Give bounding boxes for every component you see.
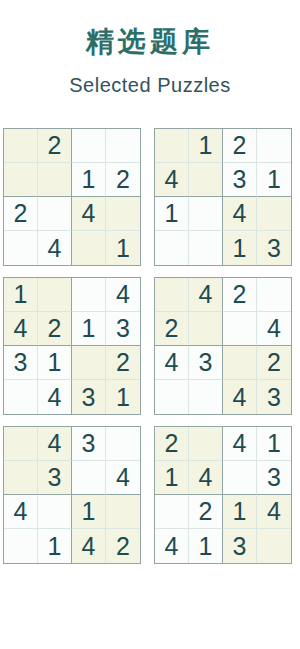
cell-r1c2: 1 (189, 129, 223, 163)
cell-r2c2 (38, 163, 72, 197)
cell-r4c3: 4 (72, 529, 106, 563)
cell-r3c2: 3 (189, 346, 223, 380)
cell-r1c1: 2 (155, 427, 189, 461)
cell-r1c2 (189, 427, 223, 461)
cell-r4c3: 1 (223, 231, 257, 265)
cell-r3c2 (189, 197, 223, 231)
cell-r2c2 (189, 163, 223, 197)
cell-r1c2: 2 (38, 129, 72, 163)
cell-r4c1: 4 (155, 529, 189, 563)
cell-r3c1 (155, 495, 189, 529)
cell-r1c1: 1 (4, 278, 38, 312)
cell-r3c3: 1 (223, 495, 257, 529)
cell-r1c2: 4 (38, 427, 72, 461)
cell-r4c2: 4 (38, 231, 72, 265)
cell-r1c2 (38, 278, 72, 312)
cell-r2c4: 4 (106, 461, 140, 495)
cell-r2c1 (4, 163, 38, 197)
cell-r4c1 (155, 380, 189, 414)
puzzle-board-1[interactable]: 2122441 (3, 128, 141, 266)
cell-r1c4 (257, 278, 291, 312)
cell-r1c3: 2 (223, 129, 257, 163)
cell-r3c1: 2 (4, 197, 38, 231)
cell-r3c3: 4 (223, 197, 257, 231)
cell-r4c2 (189, 380, 223, 414)
page-title: 精选题库 (0, 23, 300, 61)
cell-r4c4: 3 (257, 380, 291, 414)
cell-r2c1 (4, 461, 38, 495)
cell-r3c4 (106, 495, 140, 529)
cell-r3c2 (38, 495, 72, 529)
cell-r4c2: 4 (38, 380, 72, 414)
cell-r4c3: 4 (223, 380, 257, 414)
cell-r2c4: 4 (257, 312, 291, 346)
cell-r4c4 (257, 529, 291, 563)
cell-r2c1: 2 (155, 312, 189, 346)
cell-r3c3 (223, 346, 257, 380)
cell-r2c1: 1 (155, 461, 189, 495)
cell-r1c2: 4 (189, 278, 223, 312)
cell-r1c1 (4, 129, 38, 163)
cell-r4c3 (72, 231, 106, 265)
cell-r1c4 (257, 129, 291, 163)
cell-r1c3: 4 (223, 427, 257, 461)
cell-r4c4: 1 (106, 231, 140, 265)
cell-r2c3: 3 (223, 163, 257, 197)
cell-r3c1: 4 (4, 495, 38, 529)
cell-r2c4: 3 (106, 312, 140, 346)
cell-r3c2: 2 (189, 495, 223, 529)
cell-r2c2: 3 (38, 461, 72, 495)
cell-r4c4: 1 (106, 380, 140, 414)
cell-r4c4: 3 (257, 231, 291, 265)
cell-r1c3: 3 (72, 427, 106, 461)
puzzle-board-4[interactable]: 422443243 (154, 277, 292, 415)
cell-r1c1 (155, 129, 189, 163)
puzzle-board-2[interactable]: 124311413 (154, 128, 292, 266)
cell-r1c4: 4 (106, 278, 140, 312)
cell-r2c2: 4 (189, 461, 223, 495)
cell-r3c3: 4 (72, 197, 106, 231)
puzzle-grid-list: 2122441 124311413 144213312431 422443243… (0, 128, 300, 564)
cell-r4c3: 3 (72, 380, 106, 414)
cell-r1c4: 1 (257, 427, 291, 461)
cell-r3c4: 2 (257, 346, 291, 380)
puzzle-board-3[interactable]: 144213312431 (3, 277, 141, 415)
puzzle-board-6[interactable]: 241143214413 (154, 426, 292, 564)
cell-r4c2 (189, 231, 223, 265)
cell-r2c3 (72, 461, 106, 495)
cell-r3c4 (106, 197, 140, 231)
cell-r4c2: 1 (189, 529, 223, 563)
selected-puzzles-page: 精选题库 Selected Puzzles 2122441 124311413 … (0, 23, 300, 649)
cell-r4c1 (4, 231, 38, 265)
cell-r2c1: 4 (4, 312, 38, 346)
cell-r4c3: 3 (223, 529, 257, 563)
cell-r3c4: 4 (257, 495, 291, 529)
cell-r2c3: 1 (72, 312, 106, 346)
cell-r2c3 (223, 461, 257, 495)
cell-r1c3 (72, 278, 106, 312)
cell-r2c4: 2 (106, 163, 140, 197)
puzzle-board-5[interactable]: 433441142 (3, 426, 141, 564)
cell-r2c1: 4 (155, 163, 189, 197)
cell-r3c1: 1 (155, 197, 189, 231)
cell-r3c2: 1 (38, 346, 72, 380)
cell-r1c4 (106, 129, 140, 163)
cell-r2c2: 2 (38, 312, 72, 346)
cell-r4c4: 2 (106, 529, 140, 563)
cell-r4c1 (4, 380, 38, 414)
cell-r3c3: 1 (72, 495, 106, 529)
cell-r4c1 (155, 231, 189, 265)
cell-r4c2: 1 (38, 529, 72, 563)
cell-r1c4 (106, 427, 140, 461)
cell-r3c4: 2 (106, 346, 140, 380)
cell-r2c3 (223, 312, 257, 346)
cell-r3c2 (38, 197, 72, 231)
cell-r2c4: 1 (257, 163, 291, 197)
cell-r2c4: 3 (257, 461, 291, 495)
cell-r1c3: 2 (223, 278, 257, 312)
cell-r3c1: 4 (155, 346, 189, 380)
cell-r1c1 (4, 427, 38, 461)
cell-r2c2 (189, 312, 223, 346)
page-subtitle: Selected Puzzles (0, 74, 300, 97)
cell-r1c3 (72, 129, 106, 163)
cell-r2c3: 1 (72, 163, 106, 197)
cell-r3c1: 3 (4, 346, 38, 380)
cell-r1c1 (155, 278, 189, 312)
cell-r3c3 (72, 346, 106, 380)
cell-r3c4 (257, 197, 291, 231)
cell-r4c1 (4, 529, 38, 563)
